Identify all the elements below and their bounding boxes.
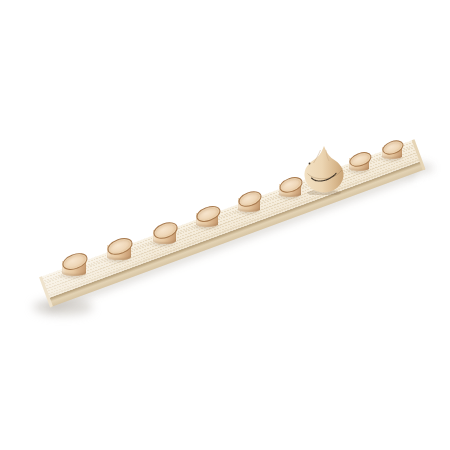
peg[interactable] (237, 191, 261, 216)
spinning-top-graphic (302, 143, 346, 195)
peg[interactable] (195, 206, 220, 231)
peg[interactable] (381, 140, 403, 163)
spinning-top[interactable] (302, 143, 346, 195)
top-body (304, 146, 343, 193)
peg[interactable] (152, 222, 177, 248)
peg[interactable] (278, 177, 302, 201)
product-photo-scene (0, 0, 450, 450)
peg[interactable] (61, 253, 87, 280)
inscription-start-mark (309, 163, 311, 165)
peg[interactable] (348, 152, 371, 175)
peg[interactable] (106, 238, 132, 264)
pieces-layer (0, 0, 450, 450)
